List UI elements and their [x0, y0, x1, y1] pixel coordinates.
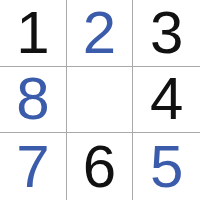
sudoku-cell-r3c2[interactable]: 6 — [67, 133, 134, 200]
sudoku-cell-r2c2[interactable] — [67, 67, 134, 134]
sudoku-cell-r2c3[interactable]: 4 — [133, 67, 200, 134]
sudoku-cell-r1c3[interactable]: 3 — [133, 0, 200, 67]
sudoku-cell-r3c3[interactable]: 5 — [133, 133, 200, 200]
sudoku-cell-r1c1[interactable]: 1 — [0, 0, 67, 67]
sudoku-board: 1 2 3 8 4 7 6 5 — [0, 0, 200, 200]
sudoku-cell-r1c2[interactable]: 2 — [67, 0, 134, 67]
sudoku-cell-r2c1[interactable]: 8 — [0, 67, 67, 134]
sudoku-cell-r3c1[interactable]: 7 — [0, 133, 67, 200]
